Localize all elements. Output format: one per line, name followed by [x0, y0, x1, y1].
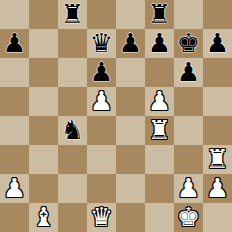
white-pawn[interactable]: ♟ — [3, 174, 26, 203]
square-e3[interactable] — [116, 145, 145, 174]
square-f8[interactable]: ♜ — [145, 0, 174, 29]
square-a7[interactable]: ♟ — [0, 29, 29, 58]
square-g2[interactable]: ♟ — [174, 174, 203, 203]
black-pawn[interactable]: ♟ — [90, 58, 113, 87]
square-c3[interactable] — [58, 145, 87, 174]
square-h1[interactable] — [203, 203, 232, 232]
square-b1[interactable]: ♝ — [29, 203, 58, 232]
black-rook[interactable]: ♜ — [61, 0, 84, 29]
square-g3[interactable] — [174, 145, 203, 174]
square-h8[interactable] — [203, 0, 232, 29]
white-pawn[interactable]: ♟ — [177, 174, 200, 203]
square-h7[interactable]: ♟ — [203, 29, 232, 58]
square-f1[interactable] — [145, 203, 174, 232]
square-b4[interactable] — [29, 116, 58, 145]
square-c2[interactable] — [58, 174, 87, 203]
square-a5[interactable] — [0, 87, 29, 116]
square-c6[interactable] — [58, 58, 87, 87]
black-pawn[interactable]: ♟ — [148, 29, 171, 58]
white-rook[interactable]: ♜ — [206, 145, 229, 174]
white-pawn[interactable]: ♟ — [148, 87, 171, 116]
black-pawn[interactable]: ♟ — [119, 29, 142, 58]
square-g6[interactable]: ♟ — [174, 58, 203, 87]
square-c7[interactable] — [58, 29, 87, 58]
square-c4[interactable]: ♞ — [58, 116, 87, 145]
square-h3[interactable]: ♜ — [203, 145, 232, 174]
square-e1[interactable] — [116, 203, 145, 232]
square-d7[interactable]: ♛ — [87, 29, 116, 58]
square-h4[interactable] — [203, 116, 232, 145]
square-d2[interactable] — [87, 174, 116, 203]
black-pawn[interactable]: ♟ — [206, 29, 229, 58]
square-f3[interactable] — [145, 145, 174, 174]
square-c8[interactable]: ♜ — [58, 0, 87, 29]
square-b6[interactable] — [29, 58, 58, 87]
black-rook[interactable]: ♜ — [148, 0, 171, 29]
square-f6[interactable] — [145, 58, 174, 87]
square-c1[interactable] — [58, 203, 87, 232]
black-queen[interactable]: ♛ — [90, 29, 113, 58]
square-b8[interactable] — [29, 0, 58, 29]
square-c5[interactable] — [58, 87, 87, 116]
chess-board: ♜♜♟♛♟♟♚♟♟♟♟♟♞♜♜♟♟♟♝♛♚ — [0, 0, 232, 232]
white-pawn[interactable]: ♟ — [90, 87, 113, 116]
square-a6[interactable] — [0, 58, 29, 87]
square-e2[interactable] — [116, 174, 145, 203]
square-h2[interactable]: ♟ — [203, 174, 232, 203]
square-b5[interactable] — [29, 87, 58, 116]
square-d5[interactable]: ♟ — [87, 87, 116, 116]
square-d8[interactable] — [87, 0, 116, 29]
square-d1[interactable]: ♛ — [87, 203, 116, 232]
white-king[interactable]: ♚ — [177, 203, 200, 232]
square-a2[interactable]: ♟ — [0, 174, 29, 203]
black-knight[interactable]: ♞ — [61, 116, 84, 145]
white-rook[interactable]: ♜ — [148, 116, 171, 145]
square-d4[interactable] — [87, 116, 116, 145]
square-f7[interactable]: ♟ — [145, 29, 174, 58]
chess-board-area: ♜♜♟♛♟♟♚♟♟♟♟♟♞♜♜♟♟♟♝♛♚ — [0, 0, 232, 232]
square-h5[interactable] — [203, 87, 232, 116]
square-g4[interactable] — [174, 116, 203, 145]
square-b3[interactable] — [29, 145, 58, 174]
white-queen[interactable]: ♛ — [90, 203, 113, 232]
square-g7[interactable]: ♚ — [174, 29, 203, 58]
square-e8[interactable] — [116, 0, 145, 29]
square-f2[interactable] — [145, 174, 174, 203]
square-g5[interactable] — [174, 87, 203, 116]
square-d6[interactable]: ♟ — [87, 58, 116, 87]
square-b2[interactable] — [29, 174, 58, 203]
black-king[interactable]: ♚ — [177, 29, 200, 58]
black-pawn[interactable]: ♟ — [177, 58, 200, 87]
white-bishop[interactable]: ♝ — [32, 203, 55, 232]
square-g8[interactable] — [174, 0, 203, 29]
square-g1[interactable]: ♚ — [174, 203, 203, 232]
square-e4[interactable] — [116, 116, 145, 145]
square-a4[interactable] — [0, 116, 29, 145]
square-a3[interactable] — [0, 145, 29, 174]
square-a8[interactable] — [0, 0, 29, 29]
square-d3[interactable] — [87, 145, 116, 174]
square-h6[interactable] — [203, 58, 232, 87]
square-e5[interactable] — [116, 87, 145, 116]
square-f5[interactable]: ♟ — [145, 87, 174, 116]
square-b7[interactable] — [29, 29, 58, 58]
square-e7[interactable]: ♟ — [116, 29, 145, 58]
white-pawn[interactable]: ♟ — [206, 174, 229, 203]
square-f4[interactable]: ♜ — [145, 116, 174, 145]
square-e6[interactable] — [116, 58, 145, 87]
black-pawn[interactable]: ♟ — [3, 29, 26, 58]
square-a1[interactable] — [0, 203, 29, 232]
